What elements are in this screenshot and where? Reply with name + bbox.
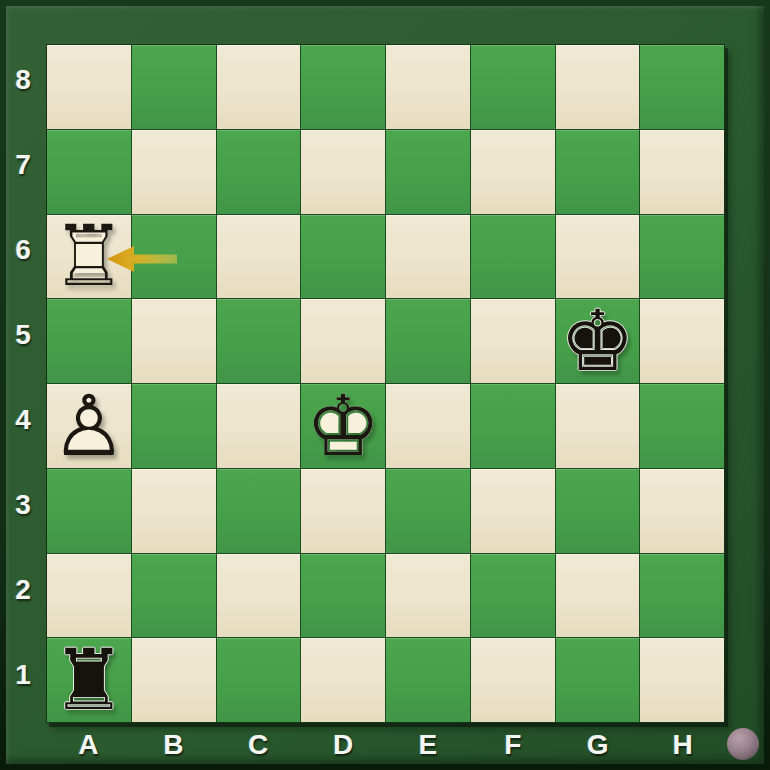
- square-h6[interactable]: [640, 215, 724, 299]
- square-f6[interactable]: [471, 215, 555, 299]
- square-c6[interactable]: [217, 215, 301, 299]
- square-e4[interactable]: [386, 384, 470, 468]
- square-a8[interactable]: [47, 45, 131, 129]
- square-e3[interactable]: [386, 469, 470, 553]
- black-king-glyph: ♚: [556, 299, 640, 383]
- square-h2[interactable]: [640, 554, 724, 638]
- square-c3[interactable]: [217, 469, 301, 553]
- square-b3[interactable]: [132, 469, 216, 553]
- square-f8[interactable]: [471, 45, 555, 129]
- square-g6[interactable]: [556, 215, 640, 299]
- white-king[interactable]: ♚♔: [301, 384, 385, 468]
- square-d8[interactable]: [301, 45, 385, 129]
- square-f7[interactable]: [471, 130, 555, 214]
- square-a1[interactable]: ♜: [47, 638, 131, 722]
- square-f2[interactable]: [471, 554, 555, 638]
- rank-label-2: 2: [0, 547, 46, 632]
- square-c5[interactable]: [217, 299, 301, 383]
- square-b1[interactable]: [132, 638, 216, 722]
- file-label-b: B: [131, 723, 216, 767]
- square-e1[interactable]: [386, 638, 470, 722]
- square-g8[interactable]: [556, 45, 640, 129]
- square-e8[interactable]: [386, 45, 470, 129]
- file-labels: ABCDEFGH: [46, 723, 725, 767]
- square-f3[interactable]: [471, 469, 555, 553]
- square-d2[interactable]: [301, 554, 385, 638]
- rank-label-3: 3: [0, 462, 46, 547]
- chess-board[interactable]: ♜♖♚♟♙♚♔♜: [46, 44, 725, 723]
- square-c7[interactable]: [217, 130, 301, 214]
- square-b4[interactable]: [132, 384, 216, 468]
- rank-label-6: 6: [0, 208, 46, 293]
- square-h3[interactable]: [640, 469, 724, 553]
- square-g5[interactable]: ♚: [556, 299, 640, 383]
- square-f1[interactable]: [471, 638, 555, 722]
- rank-label-5: 5: [0, 293, 46, 378]
- square-h7[interactable]: [640, 130, 724, 214]
- square-e6[interactable]: [386, 215, 470, 299]
- file-label-e: E: [386, 723, 471, 767]
- square-d7[interactable]: [301, 130, 385, 214]
- rank-label-4: 4: [0, 378, 46, 463]
- square-b8[interactable]: [132, 45, 216, 129]
- square-d5[interactable]: [301, 299, 385, 383]
- square-c2[interactable]: [217, 554, 301, 638]
- square-f4[interactable]: [471, 384, 555, 468]
- black-rook-glyph: ♜: [47, 638, 131, 722]
- square-h4[interactable]: [640, 384, 724, 468]
- file-label-h: H: [640, 723, 725, 767]
- decorative-sphere: [727, 728, 759, 760]
- square-c4[interactable]: [217, 384, 301, 468]
- square-b2[interactable]: [132, 554, 216, 638]
- square-g1[interactable]: [556, 638, 640, 722]
- file-label-d: D: [301, 723, 386, 767]
- square-d1[interactable]: [301, 638, 385, 722]
- square-e7[interactable]: [386, 130, 470, 214]
- square-g2[interactable]: [556, 554, 640, 638]
- move-arrow-icon: [103, 244, 181, 274]
- rank-label-8: 8: [0, 38, 46, 123]
- square-c8[interactable]: [217, 45, 301, 129]
- rank-label-1: 1: [0, 632, 46, 717]
- file-label-g: G: [555, 723, 640, 767]
- file-label-f: F: [470, 723, 555, 767]
- black-king[interactable]: ♚: [556, 299, 640, 383]
- square-d6[interactable]: [301, 215, 385, 299]
- square-a5[interactable]: [47, 299, 131, 383]
- square-g7[interactable]: [556, 130, 640, 214]
- square-a3[interactable]: [47, 469, 131, 553]
- square-f5[interactable]: [471, 299, 555, 383]
- square-d3[interactable]: [301, 469, 385, 553]
- square-e2[interactable]: [386, 554, 470, 638]
- square-a4[interactable]: ♟♙: [47, 384, 131, 468]
- white-pawn-outline: ♙: [47, 384, 131, 468]
- square-h5[interactable]: [640, 299, 724, 383]
- square-g3[interactable]: [556, 469, 640, 553]
- file-label-c: C: [216, 723, 301, 767]
- file-label-a: A: [46, 723, 131, 767]
- square-c1[interactable]: [217, 638, 301, 722]
- white-pawn[interactable]: ♟♙: [47, 384, 131, 468]
- square-g4[interactable]: [556, 384, 640, 468]
- chess-app-window: 87654321 ABCDEFGH ♜♖♚♟♙♚♔♜: [0, 0, 770, 770]
- rank-label-7: 7: [0, 123, 46, 208]
- rank-labels: 87654321: [0, 44, 46, 723]
- square-d4[interactable]: ♚♔: [301, 384, 385, 468]
- white-king-outline: ♔: [301, 384, 385, 468]
- square-a2[interactable]: [47, 554, 131, 638]
- square-a7[interactable]: [47, 130, 131, 214]
- square-e5[interactable]: [386, 299, 470, 383]
- square-b7[interactable]: [132, 130, 216, 214]
- square-h1[interactable]: [640, 638, 724, 722]
- square-h8[interactable]: [640, 45, 724, 129]
- square-b5[interactable]: [132, 299, 216, 383]
- black-rook[interactable]: ♜: [47, 638, 131, 722]
